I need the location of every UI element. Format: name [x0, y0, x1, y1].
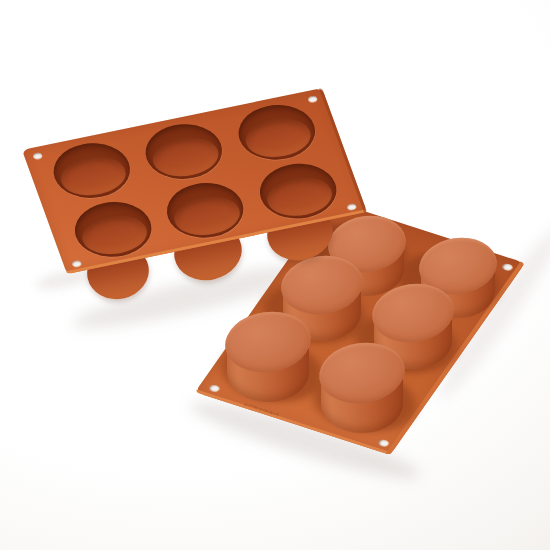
mold-cavity [251, 157, 344, 225]
corner-hole [346, 203, 357, 211]
product-photo: Two terracotta-orange six-cavity round s… [0, 0, 550, 550]
corner-hole [307, 95, 318, 103]
cavity-floor [147, 132, 224, 181]
cavity-floor [240, 113, 317, 162]
mold-cavity [137, 118, 230, 186]
mold-cavity [230, 99, 323, 167]
cavity-floor [76, 210, 153, 259]
corner-hole [501, 263, 514, 272]
cavity-floor [55, 152, 132, 201]
corner-hole [71, 260, 82, 268]
mold-cavity [159, 177, 252, 245]
corner-hole [208, 384, 221, 393]
corner-hole [32, 152, 43, 160]
mold-cylinder [225, 312, 311, 402]
cavity-floor [169, 191, 246, 240]
cavity-floor [261, 172, 338, 221]
corner-hole [377, 439, 390, 448]
mold-cylinder [319, 343, 405, 433]
mold-cavity [66, 196, 159, 264]
mold-cavity [45, 137, 138, 205]
